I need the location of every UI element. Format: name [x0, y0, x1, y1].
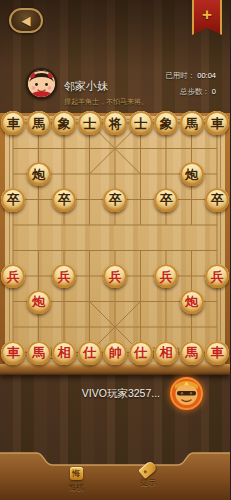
piece-black-象[interactable]: 象 — [52, 111, 76, 135]
elapsed-time-label: 已用时： — [165, 71, 195, 80]
piece-red-兵[interactable]: 兵 — [103, 264, 127, 288]
hint-button[interactable]: 提示 — [128, 460, 168, 488]
piece-black-象[interactable]: 象 — [154, 111, 178, 135]
piece-red-馬[interactable]: 馬 — [27, 341, 51, 365]
self-name: VIVO玩家3257... — [82, 387, 160, 401]
piece-red-車[interactable]: 車 — [205, 341, 229, 365]
piece-red-相[interactable]: 相 — [52, 341, 76, 365]
girl-avatar-image — [28, 70, 55, 97]
undo-button-label: 悔棋 — [68, 482, 84, 493]
piece-red-仕[interactable]: 仕 — [129, 341, 153, 365]
piece-red-馬[interactable]: 馬 — [180, 341, 204, 365]
undo-button[interactable]: 悔 悔棋 — [56, 467, 96, 493]
piece-red-兵[interactable]: 兵 — [205, 264, 229, 288]
piece-black-士[interactable]: 士 — [129, 111, 153, 135]
piece-black-車[interactable]: 車 — [1, 111, 25, 135]
bottom-tray — [0, 450, 230, 500]
elapsed-time-value: 00:04 — [197, 71, 216, 80]
piece-red-相[interactable]: 相 — [154, 341, 178, 365]
add-ribbon-button[interactable]: + — [192, 0, 222, 35]
plus-icon: + — [202, 6, 212, 35]
piece-red-兵[interactable]: 兵 — [52, 264, 76, 288]
piece-black-馬[interactable]: 馬 — [27, 111, 51, 135]
piece-black-炮[interactable]: 炮 — [27, 162, 51, 186]
pieces-layer: 車馬象士将士象馬車炮炮卒卒卒卒卒兵兵兵兵兵炮炮車馬相仕帥仕相馬車 — [1, 111, 231, 366]
piece-black-車[interactable]: 車 — [205, 111, 229, 135]
king-avatar-image — [172, 379, 201, 408]
piece-red-仕[interactable]: 仕 — [78, 341, 102, 365]
piece-red-帥[interactable]: 帥 — [103, 341, 127, 365]
opponent-motto: 撑起羊角士，不怕马来将。 — [64, 97, 148, 107]
elapsed-time: 已用时：00:04 — [165, 71, 216, 81]
piece-red-車[interactable]: 車 — [1, 341, 25, 365]
back-button[interactable]: ◀ — [9, 8, 43, 33]
piece-black-将[interactable]: 将 — [103, 111, 127, 135]
piece-red-炮[interactable]: 炮 — [180, 290, 204, 314]
undo-icon: 悔 — [70, 467, 83, 480]
piece-black-卒[interactable]: 卒 — [1, 188, 25, 212]
back-arrow-icon: ◀ — [22, 14, 31, 27]
opponent-avatar — [26, 68, 57, 99]
piece-black-炮[interactable]: 炮 — [180, 162, 204, 186]
piece-black-卒[interactable]: 卒 — [103, 188, 127, 212]
piece-black-馬[interactable]: 馬 — [180, 111, 204, 135]
opponent-name: 邻家小妹 — [64, 79, 108, 94]
move-count: 总步数：0 — [180, 87, 216, 97]
piece-black-卒[interactable]: 卒 — [52, 188, 76, 212]
self-avatar — [170, 377, 203, 410]
move-count-label: 总步数： — [180, 87, 210, 96]
piece-black-卒[interactable]: 卒 — [154, 188, 178, 212]
hint-button-label: 提示 — [140, 477, 156, 488]
piece-red-兵[interactable]: 兵 — [1, 264, 25, 288]
piece-red-炮[interactable]: 炮 — [27, 290, 51, 314]
piece-red-兵[interactable]: 兵 — [154, 264, 178, 288]
move-count-value: 0 — [212, 87, 216, 96]
piece-black-卒[interactable]: 卒 — [205, 188, 229, 212]
piece-black-士[interactable]: 士 — [78, 111, 102, 135]
xiangqi-game-screen: ◀ + 邻家小妹 撑起羊角士，不怕马来将。 已用时：00:04 总步数：0 楚河… — [0, 0, 230, 500]
